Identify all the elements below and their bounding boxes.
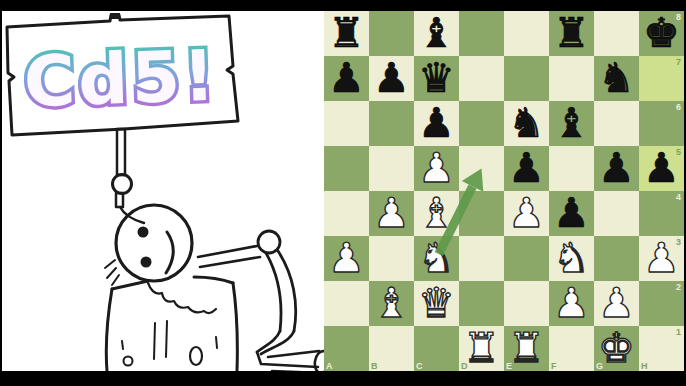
stump: [106, 277, 237, 371]
square-e6[interactable]: ♞: [504, 101, 549, 146]
piece-white-knight-c3[interactable]: ♞: [418, 236, 455, 281]
square-g1[interactable]: G♚: [594, 326, 639, 371]
square-e5[interactable]: ♟: [504, 146, 549, 191]
square-g6[interactable]: [594, 101, 639, 146]
piece-black-pawn-h5[interactable]: ♟: [643, 146, 680, 191]
head: [105, 205, 192, 285]
square-f4[interactable]: ♟: [549, 191, 594, 236]
square-b5[interactable]: [369, 146, 414, 191]
piece-black-bishop-c8[interactable]: ♝: [418, 11, 455, 56]
piece-white-pawn-h3[interactable]: ♟: [643, 236, 680, 281]
piece-black-knight-e6[interactable]: ♞: [508, 101, 545, 146]
square-h6[interactable]: 6: [639, 101, 684, 146]
file-label-f: F: [551, 361, 557, 371]
square-g8[interactable]: [594, 11, 639, 56]
rank-label-4: 4: [676, 192, 681, 202]
piece-white-pawn-c5[interactable]: ♟: [418, 146, 455, 191]
hair: [105, 260, 119, 285]
square-a3[interactable]: ♟: [324, 236, 369, 281]
square-h2[interactable]: 2: [639, 281, 684, 326]
square-f8[interactable]: ♜: [549, 11, 594, 56]
square-e7[interactable]: [504, 56, 549, 101]
square-h8[interactable]: 8♚: [639, 11, 684, 56]
sign-nail: [110, 13, 120, 19]
file-label-g: G: [596, 361, 603, 371]
square-e8[interactable]: [504, 11, 549, 56]
piece-black-pawn-e5[interactable]: ♟: [508, 146, 545, 191]
eye-left: [138, 227, 149, 238]
square-a5[interactable]: [324, 146, 369, 191]
square-b4[interactable]: ♟: [369, 191, 414, 236]
square-b7[interactable]: ♟: [369, 56, 414, 101]
square-f3[interactable]: ♞: [549, 236, 594, 281]
square-d3[interactable]: [459, 236, 504, 281]
square-h5[interactable]: 5♟: [639, 146, 684, 191]
square-g3[interactable]: [594, 236, 639, 281]
file-label-e: E: [506, 361, 512, 371]
piece-black-pawn-b7[interactable]: ♟: [373, 56, 410, 101]
rank-label-6: 6: [676, 102, 681, 112]
square-c1[interactable]: C: [414, 326, 459, 371]
square-c2[interactable]: ♛: [414, 281, 459, 326]
square-c6[interactable]: ♟: [414, 101, 459, 146]
square-h3[interactable]: 3♟: [639, 236, 684, 281]
piece-black-rook-a8[interactable]: ♜: [328, 11, 365, 56]
square-f1[interactable]: F: [549, 326, 594, 371]
square-h4[interactable]: 4: [639, 191, 684, 236]
mouth: [166, 232, 173, 273]
square-b8[interactable]: [369, 11, 414, 56]
square-e2[interactable]: [504, 281, 549, 326]
file-label-b: B: [371, 361, 378, 371]
rank-label-5: 5: [676, 147, 681, 157]
torn-neck: [148, 283, 216, 313]
square-d6[interactable]: [459, 101, 504, 146]
square-b3[interactable]: [369, 236, 414, 281]
piece-white-pawn-e4[interactable]: ♟: [508, 191, 545, 236]
square-h7[interactable]: 7: [639, 56, 684, 101]
square-c4[interactable]: ♝: [414, 191, 459, 236]
piece-black-knight-g7[interactable]: ♞: [598, 56, 635, 101]
sign-board: Cd5!: [7, 13, 238, 135]
file-label-c: C: [416, 361, 423, 371]
square-a7[interactable]: ♟: [324, 56, 369, 101]
square-a1[interactable]: A: [324, 326, 369, 371]
sign-text: Cd5!: [23, 35, 220, 124]
square-d7[interactable]: [459, 56, 504, 101]
square-c3[interactable]: ♞: [414, 236, 459, 281]
rolled-log: [268, 350, 324, 371]
piece-white-pawn-g2[interactable]: ♟: [598, 281, 635, 326]
piece-white-rook-d1[interactable]: ♜: [463, 326, 500, 371]
square-c8[interactable]: ♝: [414, 11, 459, 56]
piece-white-queen-c2[interactable]: ♛: [418, 281, 455, 326]
square-g4[interactable]: [594, 191, 639, 236]
rank-label-7: 7: [676, 57, 681, 67]
rank-label-1: 1: [676, 327, 681, 337]
square-e4[interactable]: ♟: [504, 191, 549, 236]
piece-black-pawn-a7[interactable]: ♟: [328, 56, 365, 101]
hand: [258, 231, 280, 253]
piece-black-rook-f8[interactable]: ♜: [553, 11, 590, 56]
square-a8[interactable]: ♜: [324, 11, 369, 56]
square-b2[interactable]: ♝: [369, 281, 414, 326]
square-e1[interactable]: E♜: [504, 326, 549, 371]
square-g7[interactable]: ♞: [594, 56, 639, 101]
chess-board: ♜♝♜8♚♟♟♛♞7♟♞♝6♟♟♟5♟♟♝♟♟4♟♞♞3♟♝♛♟♟2ABCD♜E…: [324, 11, 684, 371]
piece-black-king-h8[interactable]: ♚: [643, 11, 680, 56]
square-g2[interactable]: ♟: [594, 281, 639, 326]
piece-white-pawn-a3[interactable]: ♟: [328, 236, 365, 281]
square-h1[interactable]: H1: [639, 326, 684, 371]
piece-white-knight-f3[interactable]: ♞: [553, 236, 590, 281]
piece-black-bishop-f6[interactable]: ♝: [553, 101, 590, 146]
square-d1[interactable]: D♜: [459, 326, 504, 371]
square-d2[interactable]: [459, 281, 504, 326]
file-label-a: A: [326, 361, 333, 371]
piece-black-pawn-c6[interactable]: ♟: [418, 101, 455, 146]
piece-white-pawn-f2[interactable]: ♟: [553, 281, 590, 326]
piece-white-king-g1[interactable]: ♚: [598, 326, 635, 371]
piece-white-bishop-c4[interactable]: ♝: [418, 191, 455, 236]
piece-white-pawn-b4[interactable]: ♟: [373, 191, 410, 236]
square-c7[interactable]: ♛: [414, 56, 459, 101]
piece-black-queen-c7[interactable]: ♛: [418, 56, 455, 101]
square-a4[interactable]: [324, 191, 369, 236]
piece-white-bishop-b2[interactable]: ♝: [373, 281, 410, 326]
square-d5[interactable]: [459, 146, 504, 191]
rank-label-3: 3: [676, 237, 681, 247]
square-g5[interactable]: ♟: [594, 146, 639, 191]
square-f6[interactable]: ♝: [549, 101, 594, 146]
screenshot-stage: Cd5!: [0, 0, 686, 386]
rank-label-2: 2: [676, 282, 681, 292]
cartoon-figure: Cd5!: [2, 11, 324, 371]
square-d8[interactable]: [459, 11, 504, 56]
square-b6[interactable]: [369, 101, 414, 146]
square-b1[interactable]: B: [369, 326, 414, 371]
square-c5[interactable]: ♟: [414, 146, 459, 191]
piece-white-rook-e1[interactable]: ♜: [508, 326, 545, 371]
square-a6[interactable]: [324, 101, 369, 146]
square-f5[interactable]: [549, 146, 594, 191]
file-label-d: D: [461, 361, 468, 371]
piece-black-pawn-g5[interactable]: ♟: [598, 146, 635, 191]
rank-label-8: 8: [676, 12, 681, 22]
square-a2[interactable]: [324, 281, 369, 326]
eye-right: [141, 257, 152, 268]
file-label-h: H: [641, 361, 648, 371]
arm: [198, 246, 260, 267]
cartoon-panel: Cd5!: [2, 11, 324, 371]
square-e3[interactable]: [504, 236, 549, 281]
square-d4[interactable]: [459, 191, 504, 236]
square-f7[interactable]: [549, 56, 594, 101]
piece-black-pawn-f4[interactable]: ♟: [553, 191, 590, 236]
square-f2[interactable]: ♟: [549, 281, 594, 326]
